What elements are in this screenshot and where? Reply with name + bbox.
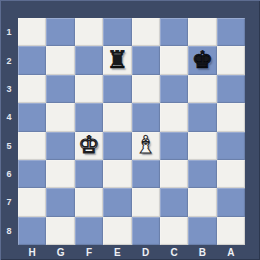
square-h7[interactable] xyxy=(18,188,46,216)
black-rook[interactable]: ♜ xyxy=(107,48,129,72)
square-f2[interactable] xyxy=(75,46,103,74)
square-f8[interactable] xyxy=(75,217,103,245)
file-label-h: H xyxy=(18,245,46,260)
white-king[interactable]: ♚ xyxy=(78,133,100,157)
square-c5[interactable] xyxy=(160,132,188,160)
rank-label-7: 7 xyxy=(0,188,18,216)
square-f3[interactable] xyxy=(75,75,103,103)
square-h6[interactable] xyxy=(18,160,46,188)
square-c3[interactable] xyxy=(160,75,188,103)
square-d8[interactable] xyxy=(132,217,160,245)
square-c6[interactable] xyxy=(160,160,188,188)
rank-label-8: 8 xyxy=(0,217,18,245)
square-h8[interactable] xyxy=(18,217,46,245)
square-g4[interactable] xyxy=(46,103,74,131)
file-label-b: B xyxy=(188,245,216,260)
square-h4[interactable] xyxy=(18,103,46,131)
square-d2[interactable] xyxy=(132,46,160,74)
square-d7[interactable] xyxy=(132,188,160,216)
rank-label-5: 5 xyxy=(0,132,18,160)
black-king[interactable]: ♚ xyxy=(192,48,214,72)
square-c4[interactable] xyxy=(160,103,188,131)
square-c8[interactable] xyxy=(160,217,188,245)
square-f7[interactable] xyxy=(75,188,103,216)
square-b2[interactable]: ♚ xyxy=(188,46,216,74)
square-a1[interactable] xyxy=(217,18,245,46)
square-g6[interactable] xyxy=(46,160,74,188)
rank-label-4: 4 xyxy=(0,103,18,131)
square-e8[interactable] xyxy=(103,217,131,245)
square-h5[interactable] xyxy=(18,132,46,160)
square-d4[interactable] xyxy=(132,103,160,131)
square-h3[interactable] xyxy=(18,75,46,103)
rank-label-6: 6 xyxy=(0,160,18,188)
square-d5[interactable]: ♝ xyxy=(132,132,160,160)
square-e4[interactable] xyxy=(103,103,131,131)
square-f1[interactable] xyxy=(75,18,103,46)
file-label-g: G xyxy=(46,245,74,260)
square-h2[interactable] xyxy=(18,46,46,74)
square-a6[interactable] xyxy=(217,160,245,188)
white-bishop[interactable]: ♝ xyxy=(135,133,157,157)
square-d6[interactable] xyxy=(132,160,160,188)
square-a2[interactable] xyxy=(217,46,245,74)
square-b7[interactable] xyxy=(188,188,216,216)
file-label-a: A xyxy=(217,245,245,260)
chess-board: 12345678 ♜♚♚♝ HGFEDCBA xyxy=(0,0,260,260)
rank-labels: 12345678 xyxy=(0,18,18,245)
square-a7[interactable] xyxy=(217,188,245,216)
square-g3[interactable] xyxy=(46,75,74,103)
file-label-e: E xyxy=(103,245,131,260)
square-e3[interactable] xyxy=(103,75,131,103)
square-a3[interactable] xyxy=(217,75,245,103)
square-d1[interactable] xyxy=(132,18,160,46)
square-g2[interactable] xyxy=(46,46,74,74)
square-c7[interactable] xyxy=(160,188,188,216)
square-e7[interactable] xyxy=(103,188,131,216)
square-b8[interactable] xyxy=(188,217,216,245)
square-c1[interactable] xyxy=(160,18,188,46)
square-g1[interactable] xyxy=(46,18,74,46)
square-d3[interactable] xyxy=(132,75,160,103)
square-g8[interactable] xyxy=(46,217,74,245)
square-e5[interactable] xyxy=(103,132,131,160)
square-e6[interactable] xyxy=(103,160,131,188)
square-f5[interactable]: ♚ xyxy=(75,132,103,160)
square-b5[interactable] xyxy=(188,132,216,160)
square-e1[interactable] xyxy=(103,18,131,46)
rank-label-1: 1 xyxy=(0,18,18,46)
square-b3[interactable] xyxy=(188,75,216,103)
square-b6[interactable] xyxy=(188,160,216,188)
rank-label-2: 2 xyxy=(0,46,18,74)
rank-label-3: 3 xyxy=(0,75,18,103)
board-grid: ♜♚♚♝ xyxy=(18,18,245,245)
file-label-f: F xyxy=(75,245,103,260)
square-b4[interactable] xyxy=(188,103,216,131)
square-h1[interactable] xyxy=(18,18,46,46)
square-f6[interactable] xyxy=(75,160,103,188)
square-c2[interactable] xyxy=(160,46,188,74)
square-a5[interactable] xyxy=(217,132,245,160)
square-g7[interactable] xyxy=(46,188,74,216)
square-e2[interactable]: ♜ xyxy=(103,46,131,74)
square-a8[interactable] xyxy=(217,217,245,245)
square-f4[interactable] xyxy=(75,103,103,131)
square-g5[interactable] xyxy=(46,132,74,160)
file-labels: HGFEDCBA xyxy=(18,245,245,260)
square-a4[interactable] xyxy=(217,103,245,131)
file-label-c: C xyxy=(160,245,188,260)
square-b1[interactable] xyxy=(188,18,216,46)
file-label-d: D xyxy=(132,245,160,260)
